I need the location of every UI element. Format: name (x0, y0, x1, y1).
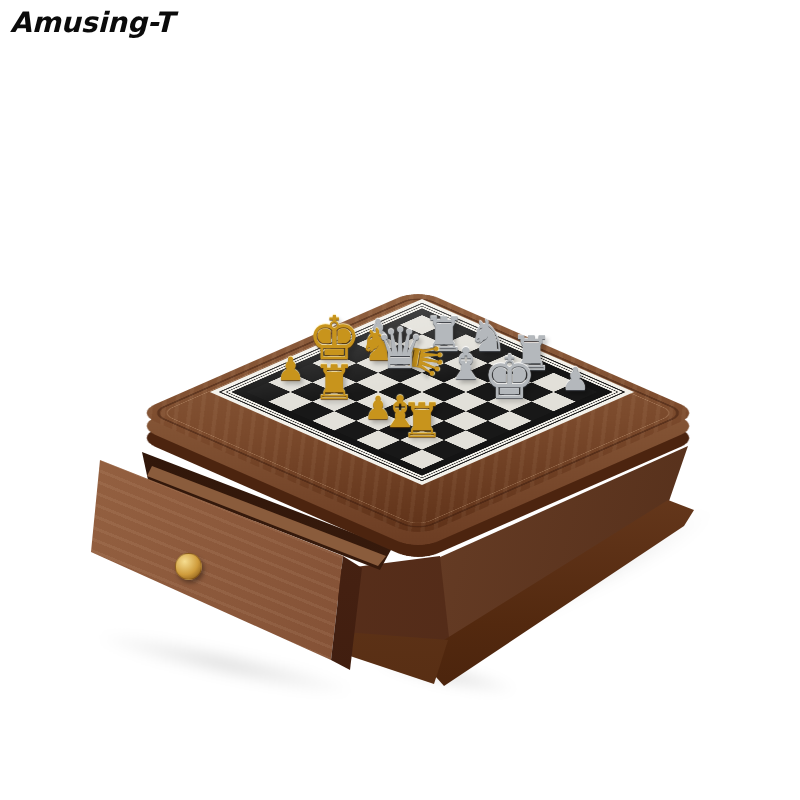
brand-watermark: Amusing-T (10, 6, 174, 39)
drawer-knob (175, 553, 202, 580)
product-photo: ♞♜♟♜♟♝♚♛♞♚♛♟♜♟♝♜ Amusing-T (0, 0, 800, 800)
